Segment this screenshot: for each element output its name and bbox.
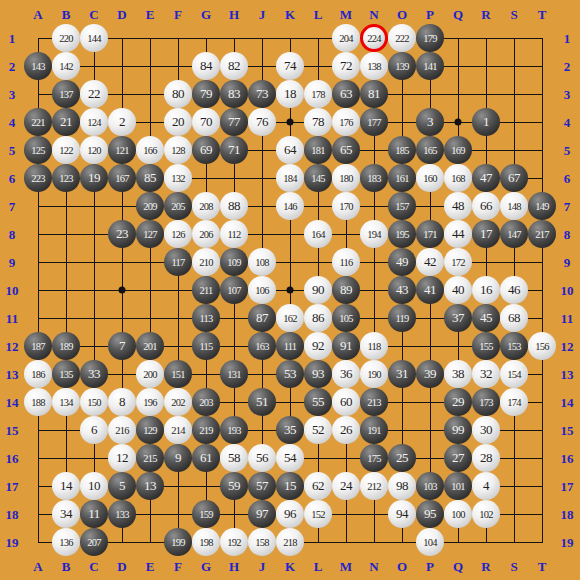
column-label-F: F	[174, 560, 182, 573]
stone-R17: 4	[472, 472, 500, 500]
stone-O6: 161	[388, 164, 416, 192]
stone-F16: 9	[164, 444, 192, 472]
row-label-16: 16	[561, 452, 574, 465]
stone-L8: 164	[304, 220, 332, 248]
stone-S6: 67	[500, 164, 528, 192]
stone-M1: 204	[332, 24, 360, 52]
stone-H13: 131	[220, 360, 248, 388]
column-label-D: D	[117, 8, 126, 21]
row-label-4: 4	[564, 116, 571, 129]
stone-R11: 45	[472, 304, 500, 332]
column-label-A: A	[33, 8, 42, 21]
stone-N3: 81	[360, 80, 388, 108]
stone-S8: 147	[500, 220, 528, 248]
stone-G14: 203	[192, 388, 220, 416]
stone-R4: 1	[472, 108, 500, 136]
stone-J18: 97	[248, 500, 276, 528]
stone-E5: 166	[136, 136, 164, 164]
column-label-K: K	[285, 8, 295, 21]
stone-E12: 201	[136, 332, 164, 360]
stone-R12: 155	[472, 332, 500, 360]
column-label-R: R	[481, 8, 490, 21]
row-label-6: 6	[564, 172, 571, 185]
stone-O7: 157	[388, 192, 416, 220]
stone-D15: 216	[108, 416, 136, 444]
stone-M14: 60	[332, 388, 360, 416]
stone-Q5: 169	[444, 136, 472, 164]
stone-E16: 215	[136, 444, 164, 472]
stone-F4: 20	[164, 108, 192, 136]
row-label-2: 2	[564, 60, 571, 73]
column-label-J: J	[259, 8, 266, 21]
stone-R18: 102	[472, 500, 500, 528]
stone-Q13: 38	[444, 360, 472, 388]
stone-C15: 6	[80, 416, 108, 444]
stone-K3: 18	[276, 80, 304, 108]
go-board-diagram: AABBCCDDEEFFGGHHJJKKLLMMNNOOPPQQRRSSTT11…	[0, 0, 580, 580]
stone-D17: 5	[108, 472, 136, 500]
stone-S13: 154	[500, 360, 528, 388]
stone-B2: 142	[52, 52, 80, 80]
stone-A5: 125	[24, 136, 52, 164]
stone-R6: 47	[472, 164, 500, 192]
stone-R8: 17	[472, 220, 500, 248]
column-label-A: A	[33, 560, 42, 573]
stone-C4: 124	[80, 108, 108, 136]
stone-B18: 34	[52, 500, 80, 528]
stone-D16: 12	[108, 444, 136, 472]
stone-M10: 89	[332, 276, 360, 304]
stone-C1: 144	[80, 24, 108, 52]
stone-K11: 162	[276, 304, 304, 332]
stone-M9: 116	[332, 248, 360, 276]
stone-F15: 214	[164, 416, 192, 444]
column-label-Q: Q	[453, 560, 463, 573]
stone-L12: 92	[304, 332, 332, 360]
stone-J4: 76	[248, 108, 276, 136]
stone-K13: 53	[276, 360, 304, 388]
stone-R14: 173	[472, 388, 500, 416]
stone-M13: 36	[332, 360, 360, 388]
row-label-8: 8	[9, 228, 16, 241]
stone-O1: 222	[388, 24, 416, 52]
column-label-J: J	[259, 560, 266, 573]
row-label-7: 7	[9, 200, 16, 213]
stone-R10: 16	[472, 276, 500, 304]
stone-O18: 94	[388, 500, 416, 528]
column-label-T: T	[538, 560, 547, 573]
stone-T12: 156	[528, 332, 556, 360]
row-label-14: 14	[561, 396, 574, 409]
stone-A4: 221	[24, 108, 52, 136]
row-label-19: 19	[561, 536, 574, 549]
row-label-6: 6	[9, 172, 16, 185]
stone-H9: 109	[220, 248, 248, 276]
row-label-13: 13	[561, 368, 574, 381]
stone-L3: 178	[304, 80, 332, 108]
stone-P18: 95	[416, 500, 444, 528]
column-label-E: E	[146, 560, 155, 573]
row-label-18: 18	[561, 508, 574, 521]
stone-K17: 15	[276, 472, 304, 500]
stone-H2: 82	[220, 52, 248, 80]
stone-G7: 208	[192, 192, 220, 220]
stone-O11: 119	[388, 304, 416, 332]
stone-K19: 218	[276, 528, 304, 556]
stone-E13: 200	[136, 360, 164, 388]
stone-Q6: 168	[444, 164, 472, 192]
stone-R7: 66	[472, 192, 500, 220]
star-point-K4	[287, 119, 294, 126]
stone-B5: 122	[52, 136, 80, 164]
row-label-8: 8	[564, 228, 571, 241]
stone-G5: 69	[192, 136, 220, 164]
stone-M5: 65	[332, 136, 360, 164]
column-label-O: O	[397, 560, 407, 573]
row-label-18: 18	[6, 508, 19, 521]
column-label-H: H	[229, 8, 239, 21]
column-label-G: G	[201, 8, 211, 21]
stone-B4: 21	[52, 108, 80, 136]
stone-D8: 23	[108, 220, 136, 248]
row-label-10: 10	[6, 284, 19, 297]
column-label-K: K	[285, 560, 295, 573]
stone-C13: 33	[80, 360, 108, 388]
stone-Q11: 37	[444, 304, 472, 332]
row-label-17: 17	[6, 480, 19, 493]
stone-L15: 52	[304, 416, 332, 444]
stone-M4: 176	[332, 108, 360, 136]
stone-Q17: 101	[444, 472, 472, 500]
stone-A6: 223	[24, 164, 52, 192]
stone-H8: 112	[220, 220, 248, 248]
stone-G9: 210	[192, 248, 220, 276]
stone-F19: 199	[164, 528, 192, 556]
stone-E7: 209	[136, 192, 164, 220]
stone-Q15: 99	[444, 416, 472, 444]
stone-H4: 77	[220, 108, 248, 136]
row-label-12: 12	[6, 340, 19, 353]
stone-B1: 220	[52, 24, 80, 52]
stone-Q8: 44	[444, 220, 472, 248]
column-label-L: L	[314, 560, 323, 573]
stone-K18: 96	[276, 500, 304, 528]
column-label-E: E	[146, 8, 155, 21]
stone-P9: 42	[416, 248, 444, 276]
stone-K2: 74	[276, 52, 304, 80]
stone-C6: 19	[80, 164, 108, 192]
stone-L18: 152	[304, 500, 332, 528]
stone-G16: 61	[192, 444, 220, 472]
stone-K16: 54	[276, 444, 304, 472]
stone-S14: 174	[500, 388, 528, 416]
row-label-16: 16	[6, 452, 19, 465]
star-point-K10	[287, 287, 294, 294]
stone-P1: 179	[416, 24, 444, 52]
stone-J19: 158	[248, 528, 276, 556]
row-label-9: 9	[564, 256, 571, 269]
stone-G15: 219	[192, 416, 220, 444]
stone-Q16: 27	[444, 444, 472, 472]
stone-G2: 84	[192, 52, 220, 80]
stone-A13: 186	[24, 360, 52, 388]
stone-M7: 170	[332, 192, 360, 220]
row-label-19: 19	[6, 536, 19, 549]
stone-G8: 206	[192, 220, 220, 248]
column-label-L: L	[314, 8, 323, 21]
stone-O16: 25	[388, 444, 416, 472]
stone-K7: 146	[276, 192, 304, 220]
stone-T7: 149	[528, 192, 556, 220]
stone-Q10: 40	[444, 276, 472, 304]
stone-P2: 141	[416, 52, 444, 80]
stone-O5: 185	[388, 136, 416, 164]
stone-M2: 72	[332, 52, 360, 80]
row-label-12: 12	[561, 340, 574, 353]
stone-A12: 187	[24, 332, 52, 360]
column-label-B: B	[62, 560, 71, 573]
stone-C17: 10	[80, 472, 108, 500]
star-point-Q4	[455, 119, 462, 126]
stone-Q14: 29	[444, 388, 472, 416]
column-label-G: G	[201, 560, 211, 573]
column-label-N: N	[369, 8, 378, 21]
stone-G10: 211	[192, 276, 220, 304]
stone-F6: 132	[164, 164, 192, 192]
row-label-2: 2	[9, 60, 16, 73]
stone-B6: 123	[52, 164, 80, 192]
stone-N16: 175	[360, 444, 388, 472]
stone-L17: 62	[304, 472, 332, 500]
stone-P5: 165	[416, 136, 444, 164]
stone-B17: 14	[52, 472, 80, 500]
stone-M11: 105	[332, 304, 360, 332]
stone-H17: 59	[220, 472, 248, 500]
column-label-C: C	[89, 8, 98, 21]
column-label-P: P	[426, 560, 434, 573]
stone-G19: 198	[192, 528, 220, 556]
stone-N17: 212	[360, 472, 388, 500]
stone-J14: 51	[248, 388, 276, 416]
stone-N4: 177	[360, 108, 388, 136]
column-label-H: H	[229, 560, 239, 573]
stone-F9: 117	[164, 248, 192, 276]
stone-S12: 153	[500, 332, 528, 360]
stone-G4: 70	[192, 108, 220, 136]
stone-F3: 80	[164, 80, 192, 108]
stone-N13: 190	[360, 360, 388, 388]
column-label-O: O	[397, 8, 407, 21]
stone-Q18: 100	[444, 500, 472, 528]
column-label-P: P	[426, 8, 434, 21]
stone-M17: 24	[332, 472, 360, 500]
stone-N6: 183	[360, 164, 388, 192]
stone-P10: 41	[416, 276, 444, 304]
row-label-15: 15	[6, 424, 19, 437]
stone-F5: 128	[164, 136, 192, 164]
stone-H7: 88	[220, 192, 248, 220]
stone-P4: 3	[416, 108, 444, 136]
row-label-11: 11	[6, 312, 18, 325]
stone-F13: 151	[164, 360, 192, 388]
stone-R15: 30	[472, 416, 500, 444]
column-label-R: R	[481, 560, 490, 573]
stone-G12: 115	[192, 332, 220, 360]
row-label-4: 4	[9, 116, 16, 129]
stone-S11: 68	[500, 304, 528, 332]
row-label-3: 3	[564, 88, 571, 101]
stone-N12: 118	[360, 332, 388, 360]
stone-O8: 195	[388, 220, 416, 248]
stone-C19: 207	[80, 528, 108, 556]
last-move-stone-N1: 224	[360, 24, 388, 52]
column-label-T: T	[538, 8, 547, 21]
stone-J9: 108	[248, 248, 276, 276]
stone-M6: 180	[332, 164, 360, 192]
stone-Q7: 48	[444, 192, 472, 220]
stone-B3: 137	[52, 80, 80, 108]
column-label-M: M	[340, 560, 352, 573]
stone-E14: 196	[136, 388, 164, 416]
stone-J10: 106	[248, 276, 276, 304]
stone-H5: 71	[220, 136, 248, 164]
stone-J3: 73	[248, 80, 276, 108]
row-label-13: 13	[6, 368, 19, 381]
stone-F8: 126	[164, 220, 192, 248]
stone-K6: 184	[276, 164, 304, 192]
stone-F7: 205	[164, 192, 192, 220]
stone-P17: 103	[416, 472, 444, 500]
column-label-D: D	[117, 560, 126, 573]
stone-E6: 85	[136, 164, 164, 192]
row-label-7: 7	[564, 200, 571, 213]
stone-J12: 163	[248, 332, 276, 360]
stone-G3: 79	[192, 80, 220, 108]
stone-C3: 22	[80, 80, 108, 108]
row-label-14: 14	[6, 396, 19, 409]
stone-B19: 136	[52, 528, 80, 556]
row-label-15: 15	[561, 424, 574, 437]
stone-N2: 138	[360, 52, 388, 80]
stone-N8: 194	[360, 220, 388, 248]
row-label-17: 17	[561, 480, 574, 493]
row-label-10: 10	[561, 284, 574, 297]
column-label-N: N	[369, 560, 378, 573]
stone-C14: 150	[80, 388, 108, 416]
stone-E15: 129	[136, 416, 164, 444]
stone-G11: 113	[192, 304, 220, 332]
stone-M12: 91	[332, 332, 360, 360]
stone-D12: 7	[108, 332, 136, 360]
stone-P8: 171	[416, 220, 444, 248]
stone-O2: 139	[388, 52, 416, 80]
stone-O10: 43	[388, 276, 416, 304]
stone-D4: 2	[108, 108, 136, 136]
stone-C5: 120	[80, 136, 108, 164]
column-label-F: F	[174, 8, 182, 21]
column-label-C: C	[89, 560, 98, 573]
stone-A2: 143	[24, 52, 52, 80]
stone-L5: 181	[304, 136, 332, 164]
stone-M15: 26	[332, 416, 360, 444]
stone-G18: 159	[192, 500, 220, 528]
stone-J16: 56	[248, 444, 276, 472]
stone-L11: 86	[304, 304, 332, 332]
stone-R13: 32	[472, 360, 500, 388]
stone-T8: 217	[528, 220, 556, 248]
stone-C18: 11	[80, 500, 108, 528]
stone-L10: 90	[304, 276, 332, 304]
stone-B12: 189	[52, 332, 80, 360]
row-label-9: 9	[9, 256, 16, 269]
stone-H19: 192	[220, 528, 248, 556]
stone-O9: 49	[388, 248, 416, 276]
stone-Q9: 172	[444, 248, 472, 276]
stone-H10: 107	[220, 276, 248, 304]
stone-H3: 83	[220, 80, 248, 108]
column-label-S: S	[510, 8, 517, 21]
stone-B14: 134	[52, 388, 80, 416]
column-label-S: S	[510, 560, 517, 573]
stone-K12: 111	[276, 332, 304, 360]
stone-P19: 104	[416, 528, 444, 556]
stone-J11: 87	[248, 304, 276, 332]
stone-E17: 13	[136, 472, 164, 500]
stone-O17: 98	[388, 472, 416, 500]
stone-F14: 202	[164, 388, 192, 416]
stone-E8: 127	[136, 220, 164, 248]
stone-H15: 193	[220, 416, 248, 444]
row-label-11: 11	[561, 312, 573, 325]
stone-R16: 28	[472, 444, 500, 472]
stone-J17: 57	[248, 472, 276, 500]
stone-K15: 35	[276, 416, 304, 444]
stone-D5: 121	[108, 136, 136, 164]
column-label-Q: Q	[453, 8, 463, 21]
row-label-5: 5	[9, 144, 16, 157]
row-label-3: 3	[9, 88, 16, 101]
stone-L6: 145	[304, 164, 332, 192]
stone-H16: 58	[220, 444, 248, 472]
stone-K5: 64	[276, 136, 304, 164]
stone-N15: 191	[360, 416, 388, 444]
star-point-D10	[119, 287, 126, 294]
row-label-1: 1	[9, 32, 16, 45]
stone-M3: 63	[332, 80, 360, 108]
row-label-1: 1	[564, 32, 571, 45]
stone-P6: 160	[416, 164, 444, 192]
stone-D14: 8	[108, 388, 136, 416]
stone-L4: 78	[304, 108, 332, 136]
stone-L13: 93	[304, 360, 332, 388]
stone-B13: 135	[52, 360, 80, 388]
stone-S7: 148	[500, 192, 528, 220]
stone-O13: 31	[388, 360, 416, 388]
stone-D18: 133	[108, 500, 136, 528]
stone-N14: 213	[360, 388, 388, 416]
stone-S10: 46	[500, 276, 528, 304]
column-label-B: B	[62, 8, 71, 21]
stone-L14: 55	[304, 388, 332, 416]
column-label-M: M	[340, 8, 352, 21]
stone-P13: 39	[416, 360, 444, 388]
row-label-5: 5	[564, 144, 571, 157]
stone-D6: 167	[108, 164, 136, 192]
stone-A14: 188	[24, 388, 52, 416]
